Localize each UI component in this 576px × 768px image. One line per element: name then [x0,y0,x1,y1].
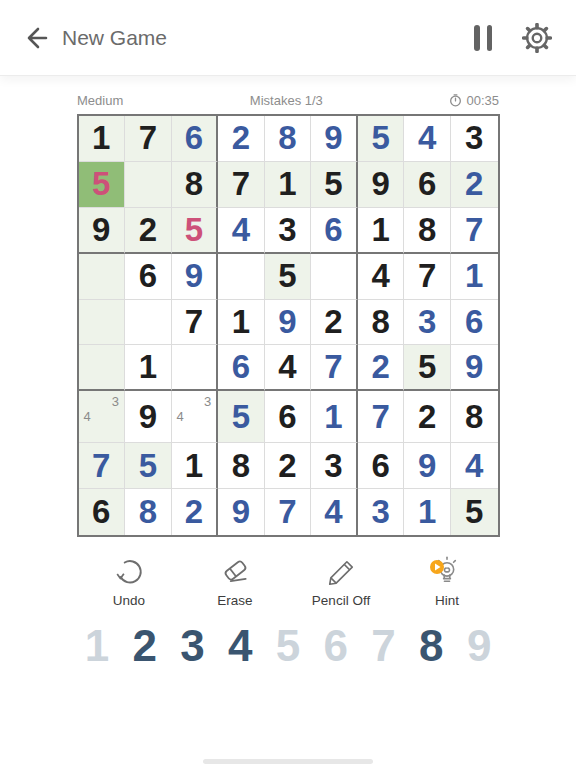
cell-r7c6[interactable]: 1 [311,391,358,443]
cell-r5c3[interactable]: 7 [172,300,219,346]
cell-r3c4[interactable]: 4 [218,208,265,254]
cell-r8c4[interactable]: 8 [218,443,265,489]
cell-r6c4[interactable]: 6 [218,345,265,391]
cell-r8c9[interactable]: 4 [451,443,498,489]
cell-r1c2[interactable]: 7 [125,116,172,162]
cell-r7c9[interactable]: 8 [451,391,498,443]
numpad-4[interactable]: 4 [216,624,264,668]
cell-r3c5[interactable]: 3 [265,208,312,254]
cell-r3c2[interactable]: 2 [125,208,172,254]
cell-r2c4[interactable]: 7 [218,162,265,208]
erase-button[interactable]: Erase [192,554,278,608]
cell-r9c7[interactable]: 3 [358,489,405,535]
cell-r4c6[interactable] [311,254,358,300]
cell-r5c6[interactable]: 2 [311,300,358,346]
numpad-1[interactable]: 1 [73,624,121,668]
cell-r4c4[interactable] [218,254,265,300]
sudoku-board: 1762895435871596292543618769547171928361… [77,114,500,537]
cell-r7c5[interactable]: 6 [265,391,312,443]
cell-r6c6[interactable]: 7 [311,345,358,391]
difficulty-label: Medium [77,93,123,108]
cell-r5c1[interactable] [79,300,126,346]
cell-r4c2[interactable]: 6 [125,254,172,300]
hint-label: Hint [435,593,459,608]
cell-r2c1[interactable]: 5 [79,162,126,208]
cell-r4c3[interactable]: 9 [172,254,219,300]
undo-button[interactable]: Undo [86,554,172,608]
cell-r9c1[interactable]: 6 [79,489,126,535]
cell-r6c1[interactable] [79,345,126,391]
cell-r1c6[interactable]: 9 [311,116,358,162]
cell-r1c4[interactable]: 2 [218,116,265,162]
status-row: Medium Mistakes 1/3 00:35 [77,93,499,108]
timer-value: 00:35 [466,93,499,108]
cell-r8c1[interactable]: 7 [79,443,126,489]
cell-r4c7[interactable]: 4 [358,254,405,300]
cell-r7c1[interactable]: 34 [79,391,126,443]
erase-label: Erase [217,593,252,608]
note-digit: 4 [177,409,184,424]
cell-r8c8[interactable]: 9 [404,443,451,489]
cell-r3c9[interactable]: 7 [451,208,498,254]
cell-r2c3[interactable]: 8 [172,162,219,208]
pause-icon [474,25,480,51]
cell-r3c7[interactable]: 1 [358,208,405,254]
note-digit: 3 [112,394,119,409]
cell-r1c8[interactable]: 4 [404,116,451,162]
cell-r7c4[interactable]: 5 [218,391,265,443]
cell-r7c7[interactable]: 7 [358,391,405,443]
cell-r5c5[interactable]: 9 [265,300,312,346]
cell-r2c8[interactable]: 6 [404,162,451,208]
cell-r9c3[interactable]: 2 [172,489,219,535]
cell-r8c2[interactable]: 5 [125,443,172,489]
cell-r4c5[interactable]: 5 [265,254,312,300]
back-arrow-icon [22,25,48,51]
cell-r3c1[interactable]: 9 [79,208,126,254]
mistakes-label: Mistakes 1/3 [250,93,323,108]
cell-r1c1[interactable]: 1 [79,116,126,162]
cell-r9c9[interactable]: 5 [451,489,498,535]
toolbar: Undo Erase [72,554,504,608]
cell-r9c8[interactable]: 1 [404,489,451,535]
number-pad: 123456789 [73,624,503,668]
numpad-7[interactable]: 7 [360,624,408,668]
app-bar: New Game [0,0,576,76]
cell-r2c5[interactable]: 1 [265,162,312,208]
pencil-button[interactable]: Pencil Off [298,554,384,608]
settings-button[interactable] [522,23,552,53]
cell-r8c3[interactable]: 1 [172,443,219,489]
cell-r4c9[interactable]: 1 [451,254,498,300]
pencil-notes: 34 [79,391,125,442]
cell-r2c9[interactable]: 2 [451,162,498,208]
cell-r5c2[interactable] [125,300,172,346]
pencil-icon [326,558,356,588]
cell-r6c8[interactable]: 5 [404,345,451,391]
cell-r4c8[interactable]: 7 [404,254,451,300]
cell-r4c1[interactable] [79,254,126,300]
numpad-5[interactable]: 5 [264,624,312,668]
cell-r9c4[interactable]: 9 [218,489,265,535]
undo-label: Undo [113,593,145,608]
cell-r5c4[interactable]: 1 [218,300,265,346]
clock-icon [449,94,462,107]
cell-r6c7[interactable]: 2 [358,345,405,391]
cell-r7c8[interactable]: 2 [404,391,451,443]
cell-r5c9[interactable]: 6 [451,300,498,346]
page-title: New Game [62,26,470,50]
undo-icon [114,558,144,588]
numpad-8[interactable]: 8 [407,624,455,668]
pencil-notes: 34 [172,391,217,442]
hint-button[interactable]: Hint [404,554,490,608]
timer: 00:35 [449,93,499,108]
cell-r7c2[interactable]: 9 [125,391,172,443]
cell-r3c3[interactable]: 5 [172,208,219,254]
cell-r3c6[interactable]: 6 [311,208,358,254]
home-indicator[interactable] [203,759,373,764]
cell-r8c5[interactable]: 2 [265,443,312,489]
cell-r9c6[interactable]: 4 [311,489,358,535]
gear-icon [522,23,552,53]
back-button[interactable] [18,21,52,55]
eraser-icon [219,556,251,588]
cell-r7c3[interactable]: 34 [172,391,219,443]
cell-r6c9[interactable]: 9 [451,345,498,391]
cell-r2c7[interactable]: 9 [358,162,405,208]
numpad-9[interactable]: 9 [455,624,503,668]
cell-r9c5[interactable]: 7 [265,489,312,535]
cell-r5c8[interactable]: 3 [404,300,451,346]
cell-r2c6[interactable]: 5 [311,162,358,208]
cell-r3c8[interactable]: 8 [404,208,451,254]
cell-r1c3[interactable]: 6 [172,116,219,162]
cell-r6c2[interactable]: 1 [125,345,172,391]
cell-r6c5[interactable]: 4 [265,345,312,391]
note-digit: 3 [204,394,211,409]
numpad-2[interactable]: 2 [121,624,169,668]
pencil-label: Pencil Off [312,593,370,608]
cell-r8c7[interactable]: 6 [358,443,405,489]
cell-r1c9[interactable]: 3 [451,116,498,162]
cell-r5c7[interactable]: 8 [358,300,405,346]
cell-r2c2[interactable] [125,162,172,208]
pause-button[interactable] [470,21,496,55]
cell-r8c6[interactable]: 3 [311,443,358,489]
numpad-6[interactable]: 6 [312,624,360,668]
cell-r1c5[interactable]: 8 [265,116,312,162]
cell-r6c3[interactable] [172,345,219,391]
note-digit: 4 [84,409,91,424]
numpad-3[interactable]: 3 [169,624,217,668]
cell-r1c7[interactable]: 5 [358,116,405,162]
hint-play-badge [430,560,444,574]
cell-r9c2[interactable]: 8 [125,489,172,535]
